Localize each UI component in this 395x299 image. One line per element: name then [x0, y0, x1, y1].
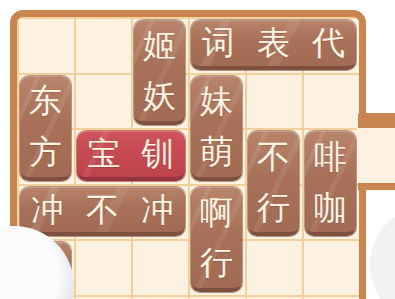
- puzzle-tile-chong-bu-chong[interactable]: 冲不冲: [20, 187, 185, 237]
- tile-char: 行: [191, 237, 242, 288]
- tile-char: 宝: [77, 131, 131, 177]
- tile-char: 姬: [134, 20, 185, 71]
- exit-slot-bottom-wall: [358, 183, 395, 190]
- puzzle-screen: 姬妖词表代东方妹萌宝钏不行啡咖冲不冲啊行青: [0, 0, 395, 299]
- tile-char: 行: [248, 182, 299, 233]
- puzzle-tile-bao-chuan[interactable]: 宝钏: [77, 131, 185, 181]
- tile-char: 冲: [130, 187, 185, 233]
- tile-char: 方: [20, 126, 71, 177]
- puzzle-tile-ji-yao[interactable]: 姬妖: [134, 20, 185, 125]
- puzzle-tile-a-xing[interactable]: 啊行: [191, 187, 242, 292]
- tile-char: 不: [75, 187, 130, 233]
- background-decoration-circle: [370, 205, 395, 299]
- tile-char: 词: [191, 20, 246, 66]
- tile-char: 萌: [191, 126, 242, 177]
- puzzle-tile-ci-biao-dai[interactable]: 词表代: [191, 20, 356, 70]
- tile-char: 啊: [191, 187, 242, 238]
- puzzle-tile-fei-ka[interactable]: 啡咖: [305, 131, 356, 236]
- exit-slot-top-wall: [358, 113, 395, 128]
- tile-char: 表: [246, 20, 301, 66]
- tile-char: 啡: [305, 131, 356, 182]
- puzzle-tile-mei-meng[interactable]: 妹萌: [191, 76, 242, 181]
- tile-char: 妹: [191, 76, 242, 127]
- tile-char: 咖: [305, 182, 356, 233]
- tile-char: 妖: [134, 71, 185, 122]
- tile-char: 东: [20, 76, 71, 127]
- tile-char: 不: [248, 131, 299, 182]
- tile-char: 代: [301, 20, 356, 66]
- puzzle-tile-dong-fang[interactable]: 东方: [20, 76, 71, 181]
- board-grid: 姬妖词表代东方妹萌宝钏不行啡咖冲不冲啊行青: [17, 17, 359, 299]
- exit-slot: [357, 128, 395, 183]
- tile-char: 冲: [20, 187, 75, 233]
- puzzle-tile-bu-xing[interactable]: 不行: [248, 131, 299, 236]
- tile-char: 钏: [131, 131, 185, 177]
